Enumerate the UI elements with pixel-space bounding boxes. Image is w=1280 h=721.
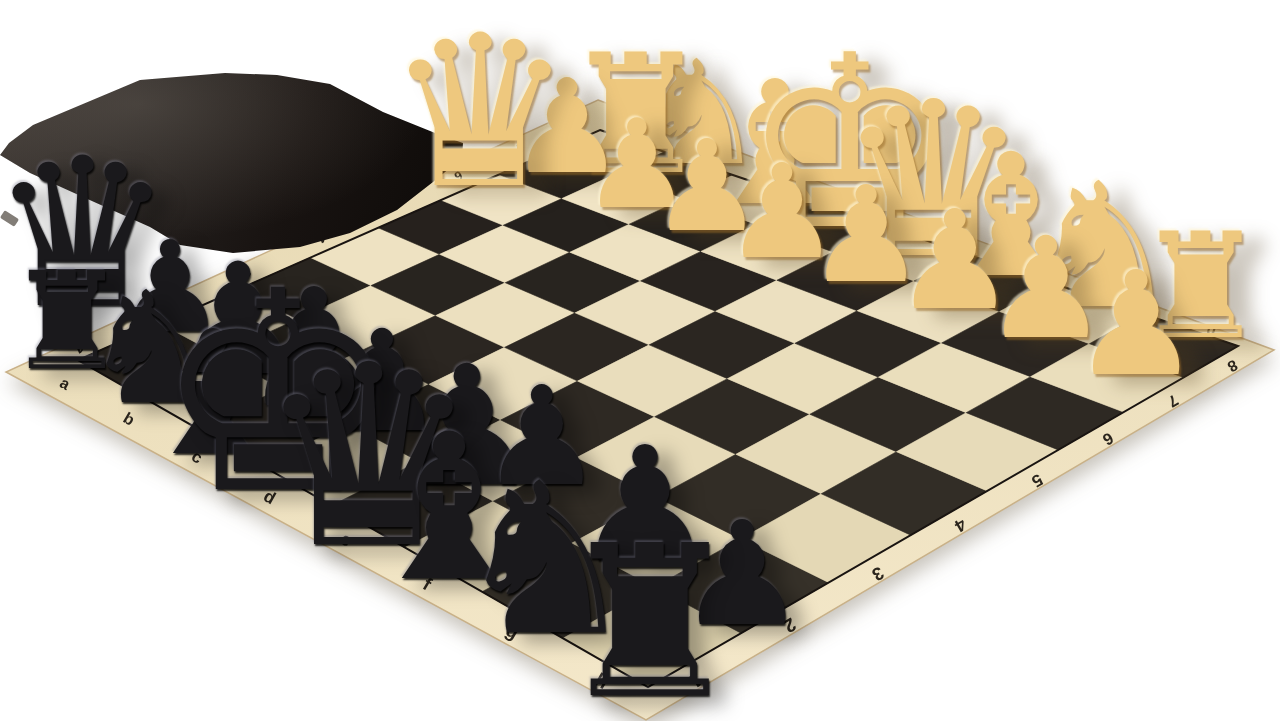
black-rook-h1: ♜ xyxy=(556,518,744,721)
white-queen-off-table: ♛ xyxy=(386,8,574,218)
chess-set-photo: abcdefghabcdefgh1234567812345678 ♞♜♟♛♝♟♚… xyxy=(0,0,1280,721)
pieces-layer: ♞♜♟♛♝♟♚♟♛♟♝♟♛♞♟♟♜♟♜♟♟♞♟♟♝♚♟♟♛♟♝♟♞♜ xyxy=(0,0,1280,721)
white-pawn-g7: ♟ xyxy=(1071,252,1200,396)
